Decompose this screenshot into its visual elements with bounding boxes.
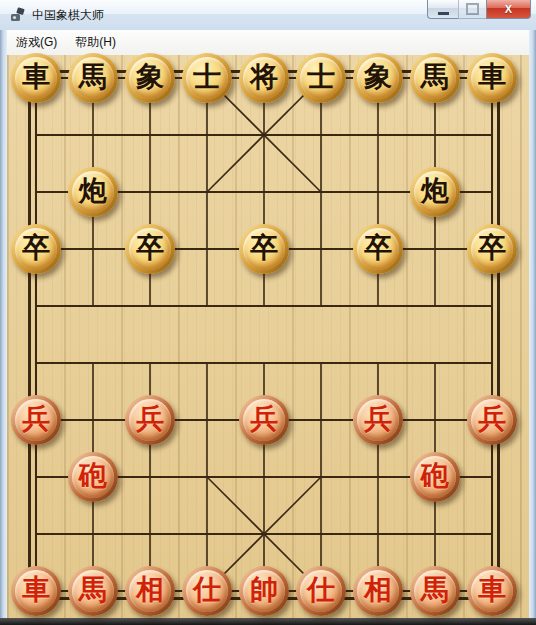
piece-glyph: 馬	[79, 63, 107, 93]
piece-glyph: 兵	[136, 405, 164, 435]
piece-glyph: 兵	[22, 405, 50, 435]
piece-black-卒[interactable]: 卒	[353, 224, 403, 274]
piece-black-士[interactable]: 士	[182, 53, 232, 103]
board-surface[interactable]: 車馬象士将士象馬車炮炮卒卒卒卒卒兵兵兵兵兵砲砲車馬相仕帥仕相馬車	[0, 0, 536, 625]
piece-black-炮[interactable]: 炮	[410, 167, 460, 217]
piece-black-炮[interactable]: 炮	[68, 167, 118, 217]
piece-red-車[interactable]: 車	[467, 566, 517, 616]
piece-glyph: 炮	[421, 177, 449, 207]
piece-glyph: 士	[307, 63, 335, 93]
piece-red-砲[interactable]: 砲	[68, 452, 118, 502]
piece-glyph: 帥	[250, 576, 278, 606]
piece-glyph: 車	[22, 576, 50, 606]
piece-red-相[interactable]: 相	[353, 566, 403, 616]
piece-black-卒[interactable]: 卒	[125, 224, 175, 274]
piece-red-兵[interactable]: 兵	[125, 395, 175, 445]
piece-glyph: 象	[364, 63, 392, 93]
piece-glyph: 卒	[136, 234, 164, 264]
piece-black-車[interactable]: 車	[467, 53, 517, 103]
piece-glyph: 卒	[478, 234, 506, 264]
piece-glyph: 仕	[193, 576, 221, 606]
piece-red-仕[interactable]: 仕	[182, 566, 232, 616]
piece-red-砲[interactable]: 砲	[410, 452, 460, 502]
piece-glyph: 馬	[421, 576, 449, 606]
piece-black-卒[interactable]: 卒	[467, 224, 517, 274]
piece-glyph: 士	[193, 63, 221, 93]
piece-black-馬[interactable]: 馬	[68, 53, 118, 103]
piece-black-将[interactable]: 将	[239, 53, 289, 103]
piece-glyph: 相	[136, 576, 164, 606]
piece-black-象[interactable]: 象	[353, 53, 403, 103]
piece-glyph: 卒	[250, 234, 278, 264]
piece-glyph: 兵	[250, 405, 278, 435]
piece-red-仕[interactable]: 仕	[296, 566, 346, 616]
piece-glyph: 車	[478, 576, 506, 606]
piece-red-帥[interactable]: 帥	[239, 566, 289, 616]
piece-glyph: 兵	[364, 405, 392, 435]
piece-red-馬[interactable]: 馬	[68, 566, 118, 616]
piece-black-象[interactable]: 象	[125, 53, 175, 103]
piece-glyph: 卒	[22, 234, 50, 264]
piece-black-卒[interactable]: 卒	[239, 224, 289, 274]
piece-glyph: 馬	[79, 576, 107, 606]
piece-glyph: 車	[478, 63, 506, 93]
piece-glyph: 馬	[421, 63, 449, 93]
piece-black-卒[interactable]: 卒	[11, 224, 61, 274]
piece-glyph: 炮	[79, 177, 107, 207]
piece-glyph: 相	[364, 576, 392, 606]
piece-glyph: 車	[22, 63, 50, 93]
app-window: 中国象棋大师 X 游戏(G) 帮助(H)	[0, 0, 536, 625]
piece-glyph: 仕	[307, 576, 335, 606]
piece-glyph: 砲	[79, 462, 107, 492]
piece-red-馬[interactable]: 馬	[410, 566, 460, 616]
piece-red-車[interactable]: 車	[11, 566, 61, 616]
piece-red-兵[interactable]: 兵	[11, 395, 61, 445]
piece-red-兵[interactable]: 兵	[467, 395, 517, 445]
piece-glyph: 将	[250, 63, 278, 93]
piece-black-車[interactable]: 車	[11, 53, 61, 103]
piece-glyph: 象	[136, 63, 164, 93]
piece-red-兵[interactable]: 兵	[353, 395, 403, 445]
piece-red-兵[interactable]: 兵	[239, 395, 289, 445]
piece-red-相[interactable]: 相	[125, 566, 175, 616]
piece-glyph: 砲	[421, 462, 449, 492]
piece-glyph: 卒	[364, 234, 392, 264]
piece-black-馬[interactable]: 馬	[410, 53, 460, 103]
piece-black-士[interactable]: 士	[296, 53, 346, 103]
piece-glyph: 兵	[478, 405, 506, 435]
